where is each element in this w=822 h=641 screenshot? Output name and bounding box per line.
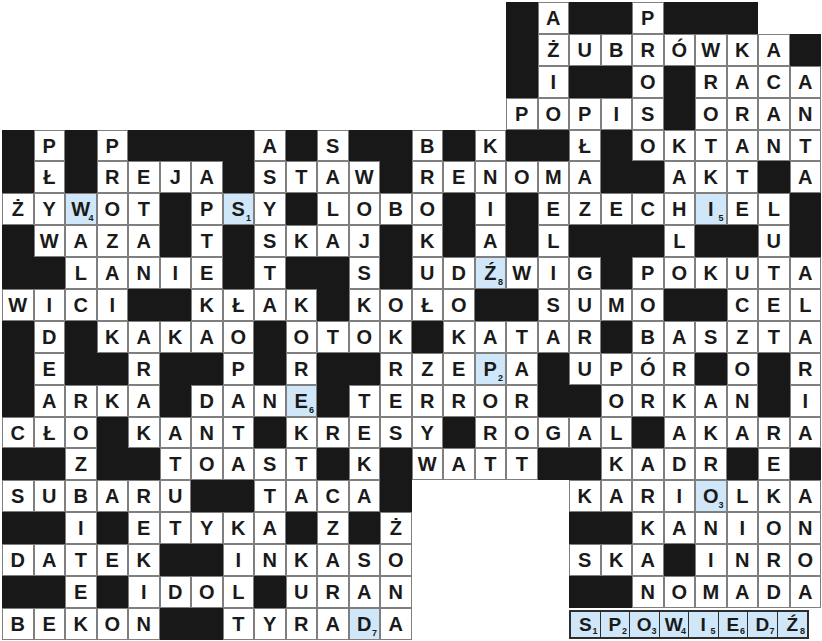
grid-cell[interactable]: U [569, 289, 601, 321]
grid-cell[interactable]: C [317, 480, 349, 512]
grid-cell[interactable]: E [128, 161, 160, 193]
grid-cell[interactable]: L [317, 193, 349, 225]
grid-cell[interactable]: O [538, 98, 570, 130]
grid-cell[interactable]: E [65, 576, 97, 608]
grid-cell[interactable]: E [443, 353, 475, 385]
grid-cell[interactable]: N [632, 576, 664, 608]
grid-cell[interactable]: O [506, 161, 538, 193]
grid-cell[interactable]: A [317, 161, 349, 193]
grid-cell[interactable]: W [506, 257, 538, 289]
grid-cell[interactable]: S [254, 448, 286, 480]
grid-cell[interactable]: I [475, 193, 507, 225]
grid-cell[interactable]: K [412, 225, 444, 257]
grid-cell[interactable]: R [128, 353, 160, 385]
grid-cell[interactable]: W [349, 161, 381, 193]
grid-cell[interactable]: W4 [65, 193, 97, 225]
grid-cell[interactable]: A [790, 480, 822, 512]
grid-cell[interactable]: I5 [695, 193, 727, 225]
grid-cell[interactable]: T [286, 448, 318, 480]
grid-cell[interactable]: O [632, 289, 664, 321]
grid-cell[interactable]: T [223, 417, 255, 449]
grid-cell[interactable]: R [128, 480, 160, 512]
grid-cell[interactable]: A [727, 130, 759, 162]
grid-cell[interactable]: I [727, 512, 759, 544]
grid-cell[interactable]: D [443, 257, 475, 289]
grid-cell[interactable]: K [349, 448, 381, 480]
grid-cell[interactable]: I [160, 257, 192, 289]
grid-cell[interactable]: K [286, 289, 318, 321]
grid-cell[interactable]: S [538, 289, 570, 321]
grid-cell[interactable]: A [695, 385, 727, 417]
grid-cell[interactable]: Z [317, 512, 349, 544]
grid-cell[interactable]: C [65, 289, 97, 321]
grid-cell[interactable]: A [632, 448, 664, 480]
grid-cell[interactable]: E [34, 608, 66, 640]
grid-cell[interactable]: A [569, 417, 601, 449]
grid-cell[interactable]: A [223, 448, 255, 480]
grid-cell[interactable]: Y [34, 193, 66, 225]
grid-cell[interactable]: L [758, 193, 790, 225]
grid-cell[interactable]: R [412, 161, 444, 193]
grid-cell[interactable]: A [97, 257, 129, 289]
grid-cell[interactable]: T [758, 257, 790, 289]
grid-cell[interactable]: R [443, 385, 475, 417]
grid-cell[interactable]: Y [412, 417, 444, 449]
grid-cell[interactable]: B [601, 34, 633, 66]
grid-cell[interactable]: U [569, 353, 601, 385]
grid-cell[interactable]: I [538, 257, 570, 289]
grid-cell[interactable]: U [412, 257, 444, 289]
grid-cell[interactable]: K [632, 512, 664, 544]
grid-cell[interactable]: O [412, 193, 444, 225]
grid-cell[interactable]: R [506, 385, 538, 417]
grid-cell[interactable]: K [223, 512, 255, 544]
grid-cell[interactable]: O [506, 417, 538, 449]
grid-cell[interactable]: Z [97, 225, 129, 257]
grid-cell[interactable]: A [128, 321, 160, 353]
grid-cell[interactable]: C [632, 193, 664, 225]
grid-cell[interactable]: K [758, 480, 790, 512]
grid-cell[interactable]: Ł [412, 289, 444, 321]
grid-cell[interactable]: E [443, 161, 475, 193]
grid-cell[interactable]: N [758, 130, 790, 162]
grid-cell[interactable]: O3 [695, 480, 727, 512]
grid-cell[interactable]: L [223, 576, 255, 608]
grid-cell[interactable]: A [664, 161, 696, 193]
grid-cell[interactable]: O [664, 576, 696, 608]
grid-cell[interactable]: E [727, 193, 759, 225]
grid-cell[interactable]: S [2, 480, 34, 512]
grid-cell[interactable]: A [317, 544, 349, 576]
grid-cell[interactable]: R [317, 576, 349, 608]
grid-cell[interactable]: T [727, 161, 759, 193]
grid-cell[interactable]: N [727, 544, 759, 576]
grid-cell[interactable]: S [254, 161, 286, 193]
grid-cell[interactable]: I [790, 385, 822, 417]
grid-cell[interactable]: A [223, 385, 255, 417]
grid-cell[interactable]: A [254, 289, 286, 321]
grid-cell[interactable]: A [380, 608, 412, 640]
grid-cell[interactable]: N [695, 512, 727, 544]
grid-cell[interactable]: J [160, 161, 192, 193]
grid-cell[interactable]: I [223, 544, 255, 576]
grid-cell[interactable]: O [695, 98, 727, 130]
grid-cell[interactable]: A [664, 321, 696, 353]
grid-cell[interactable]: R [664, 353, 696, 385]
grid-cell[interactable]: R [317, 417, 349, 449]
grid-cell[interactable]: K [695, 257, 727, 289]
grid-cell[interactable]: G [569, 257, 601, 289]
grid-cell[interactable]: B [65, 480, 97, 512]
grid-cell[interactable]: K [569, 480, 601, 512]
grid-cell[interactable]: A [65, 225, 97, 257]
grid-cell[interactable]: K [664, 385, 696, 417]
grid-cell[interactable]: K [97, 321, 129, 353]
grid-cell[interactable]: D [2, 544, 34, 576]
grid-cell[interactable]: T [223, 608, 255, 640]
grid-cell[interactable]: K [286, 417, 318, 449]
grid-cell[interactable]: A [191, 321, 223, 353]
grid-cell[interactable]: Ł [569, 130, 601, 162]
grid-cell[interactable]: I [695, 544, 727, 576]
grid-cell[interactable]: K [695, 417, 727, 449]
grid-cell[interactable]: A [664, 417, 696, 449]
grid-cell[interactable]: P [569, 98, 601, 130]
grid-cell[interactable]: P [601, 353, 633, 385]
grid-cell[interactable]: U [758, 225, 790, 257]
grid-cell[interactable]: E [349, 417, 381, 449]
grid-cell[interactable]: Ó [632, 353, 664, 385]
grid-cell[interactable]: P2 [475, 353, 507, 385]
grid-cell[interactable]: Ź8 [475, 257, 507, 289]
grid-cell[interactable]: A [349, 480, 381, 512]
grid-cell[interactable]: K [601, 544, 633, 576]
grid-cell[interactable]: A [191, 161, 223, 193]
grid-cell[interactable]: R [412, 385, 444, 417]
grid-cell[interactable]: A [254, 512, 286, 544]
grid-cell[interactable]: H [664, 193, 696, 225]
grid-cell[interactable]: A [317, 225, 349, 257]
grid-cell[interactable]: E [191, 257, 223, 289]
grid-cell[interactable]: E [758, 289, 790, 321]
grid-cell[interactable]: T [758, 321, 790, 353]
grid-cell[interactable]: I [97, 289, 129, 321]
grid-cell[interactable]: A [601, 480, 633, 512]
grid-cell[interactable]: O [727, 353, 759, 385]
grid-cell[interactable]: R [286, 608, 318, 640]
grid-cell[interactable]: N [128, 608, 160, 640]
grid-cell[interactable]: A [664, 512, 696, 544]
grid-cell[interactable]: T [286, 161, 318, 193]
grid-cell[interactable]: E [380, 385, 412, 417]
grid-cell[interactable]: U [160, 480, 192, 512]
grid-cell[interactable]: N [475, 161, 507, 193]
grid-cell[interactable]: Z [569, 193, 601, 225]
grid-cell[interactable]: Y [254, 608, 286, 640]
grid-cell[interactable]: A [128, 385, 160, 417]
grid-cell[interactable]: R [758, 544, 790, 576]
grid-cell[interactable]: D [34, 321, 66, 353]
grid-cell[interactable]: R [790, 353, 822, 385]
grid-cell[interactable]: A [475, 321, 507, 353]
grid-cell[interactable]: T [160, 512, 192, 544]
grid-cell[interactable]: L [790, 289, 822, 321]
grid-cell[interactable]: R [695, 448, 727, 480]
grid-cell[interactable]: A [790, 257, 822, 289]
grid-cell[interactable]: O [632, 130, 664, 162]
grid-cell[interactable]: I [601, 98, 633, 130]
grid-cell[interactable]: Y [254, 193, 286, 225]
grid-cell[interactable]: W [2, 289, 34, 321]
grid-cell[interactable]: G [538, 417, 570, 449]
grid-cell[interactable]: M [601, 289, 633, 321]
grid-cell[interactable]: T [254, 480, 286, 512]
grid-cell[interactable]: S [569, 544, 601, 576]
grid-cell[interactable]: A [34, 544, 66, 576]
grid-cell[interactable]: O [223, 321, 255, 353]
grid-cell[interactable]: R [758, 417, 790, 449]
grid-cell[interactable]: A [790, 417, 822, 449]
grid-cell[interactable]: J [349, 225, 381, 257]
grid-cell[interactable]: N [380, 576, 412, 608]
grid-cell[interactable]: A [569, 161, 601, 193]
grid-cell[interactable]: O [758, 512, 790, 544]
grid-cell[interactable]: B [380, 193, 412, 225]
grid-cell[interactable]: W [695, 34, 727, 66]
grid-cell[interactable]: L [65, 257, 97, 289]
grid-cell[interactable]: P [191, 193, 223, 225]
grid-cell[interactable]: C [758, 66, 790, 98]
grid-cell[interactable]: T [128, 193, 160, 225]
grid-cell[interactable]: O [601, 385, 633, 417]
grid-cell[interactable]: R [286, 353, 318, 385]
grid-cell[interactable]: N [727, 385, 759, 417]
grid-cell[interactable]: R [475, 417, 507, 449]
grid-cell[interactable]: C [2, 417, 34, 449]
grid-cell[interactable]: O [65, 417, 97, 449]
grid-cell[interactable]: S [254, 225, 286, 257]
grid-cell[interactable]: Z [412, 353, 444, 385]
grid-cell[interactable]: L [727, 480, 759, 512]
grid-cell[interactable]: M [538, 161, 570, 193]
grid-cell[interactable]: N [128, 257, 160, 289]
grid-cell[interactable]: A [727, 66, 759, 98]
grid-cell[interactable]: U [286, 576, 318, 608]
grid-cell[interactable]: O [286, 321, 318, 353]
grid-cell[interactable]: R [97, 161, 129, 193]
grid-cell[interactable]: K [664, 130, 696, 162]
grid-cell[interactable]: K [128, 544, 160, 576]
grid-cell[interactable]: A [790, 66, 822, 98]
grid-cell[interactable]: T [695, 130, 727, 162]
grid-cell[interactable]: P [223, 353, 255, 385]
grid-cell[interactable]: B [632, 321, 664, 353]
grid-cell[interactable]: A [758, 34, 790, 66]
grid-cell[interactable]: K [695, 161, 727, 193]
grid-cell[interactable]: K [65, 608, 97, 640]
grid-cell[interactable]: O [97, 193, 129, 225]
grid-cell[interactable]: D [758, 576, 790, 608]
grid-cell[interactable]: T [191, 225, 223, 257]
grid-cell[interactable]: A [727, 417, 759, 449]
grid-cell[interactable]: K [97, 385, 129, 417]
grid-cell[interactable]: Ż [538, 34, 570, 66]
grid-cell[interactable]: N [790, 98, 822, 130]
grid-cell[interactable]: Z [65, 448, 97, 480]
grid-cell[interactable]: Ł [223, 289, 255, 321]
grid-cell[interactable]: T [349, 385, 381, 417]
grid-cell[interactable]: N [254, 385, 286, 417]
grid-cell[interactable]: A [758, 98, 790, 130]
grid-cell[interactable]: A [254, 130, 286, 162]
grid-cell[interactable]: S [380, 417, 412, 449]
grid-cell[interactable]: R [65, 385, 97, 417]
grid-cell[interactable]: S [349, 544, 381, 576]
grid-cell[interactable]: O [664, 257, 696, 289]
grid-cell[interactable]: O [443, 289, 475, 321]
grid-cell[interactable]: O [191, 576, 223, 608]
grid-cell[interactable]: E [601, 193, 633, 225]
grid-cell[interactable]: P [632, 257, 664, 289]
grid-cell[interactable]: D [160, 576, 192, 608]
grid-cell[interactable]: T [317, 321, 349, 353]
grid-cell[interactable]: O [632, 66, 664, 98]
grid-cell[interactable]: S1 [223, 193, 255, 225]
grid-cell[interactable]: Ó [664, 34, 696, 66]
grid-cell[interactable]: O [349, 321, 381, 353]
grid-cell[interactable]: A [790, 321, 822, 353]
grid-cell[interactable]: I [664, 480, 696, 512]
grid-cell[interactable]: K [443, 321, 475, 353]
grid-cell[interactable]: O [97, 608, 129, 640]
grid-cell[interactable]: E [128, 512, 160, 544]
grid-cell[interactable]: E6 [286, 385, 318, 417]
grid-cell[interactable]: R [632, 385, 664, 417]
grid-cell[interactable]: P [506, 98, 538, 130]
grid-cell[interactable]: M [695, 576, 727, 608]
grid-cell[interactable]: T [254, 257, 286, 289]
grid-cell[interactable]: I [34, 289, 66, 321]
grid-cell[interactable]: A [506, 353, 538, 385]
grid-cell[interactable]: K [727, 34, 759, 66]
grid-cell[interactable]: A [160, 417, 192, 449]
grid-cell[interactable]: U [34, 480, 66, 512]
grid-cell[interactable]: S [695, 321, 727, 353]
grid-cell[interactable]: N [191, 417, 223, 449]
grid-cell[interactable]: A [443, 448, 475, 480]
grid-cell[interactable]: A [538, 2, 570, 34]
grid-cell[interactable]: U [727, 257, 759, 289]
grid-cell[interactable]: Ż [380, 512, 412, 544]
grid-cell[interactable]: R [380, 353, 412, 385]
grid-cell[interactable]: K [601, 448, 633, 480]
grid-cell[interactable]: A [475, 225, 507, 257]
grid-cell[interactable]: L [538, 225, 570, 257]
grid-cell[interactable]: A [538, 321, 570, 353]
grid-cell[interactable]: K [349, 289, 381, 321]
grid-cell[interactable]: A [317, 608, 349, 640]
grid-cell[interactable]: D7 [349, 608, 381, 640]
grid-cell[interactable]: A [790, 161, 822, 193]
grid-cell[interactable]: D [664, 448, 696, 480]
grid-cell[interactable]: K [475, 130, 507, 162]
grid-cell[interactable]: R [632, 480, 664, 512]
grid-cell[interactable]: I [128, 576, 160, 608]
grid-cell[interactable]: W [412, 448, 444, 480]
grid-cell[interactable]: U [569, 34, 601, 66]
grid-cell[interactable]: Z [727, 321, 759, 353]
grid-cell[interactable]: A [128, 225, 160, 257]
grid-cell[interactable]: Ł [34, 417, 66, 449]
grid-cell[interactable]: K [286, 225, 318, 257]
grid-cell[interactable]: S [349, 257, 381, 289]
grid-cell[interactable]: C [727, 289, 759, 321]
grid-cell[interactable]: L [601, 417, 633, 449]
grid-cell[interactable]: T [790, 130, 822, 162]
grid-cell[interactable]: Ż [2, 193, 34, 225]
grid-cell[interactable]: E [538, 193, 570, 225]
grid-cell[interactable]: R [727, 98, 759, 130]
grid-cell[interactable]: P [34, 130, 66, 162]
grid-cell[interactable]: R [632, 34, 664, 66]
grid-cell[interactable]: N [790, 512, 822, 544]
grid-cell[interactable]: A [727, 576, 759, 608]
grid-cell[interactable]: A [286, 480, 318, 512]
grid-cell[interactable]: Y [191, 512, 223, 544]
grid-cell[interactable]: B [412, 130, 444, 162]
grid-cell[interactable]: D [191, 385, 223, 417]
grid-cell[interactable]: K [191, 289, 223, 321]
grid-cell[interactable]: T [506, 448, 538, 480]
grid-cell[interactable]: R [695, 66, 727, 98]
grid-cell[interactable]: R [569, 321, 601, 353]
grid-cell[interactable]: I [538, 66, 570, 98]
grid-cell[interactable]: S [317, 130, 349, 162]
grid-cell[interactable]: N [254, 544, 286, 576]
grid-cell[interactable]: W [34, 225, 66, 257]
grid-cell[interactable]: E [758, 448, 790, 480]
grid-cell[interactable]: T [475, 448, 507, 480]
grid-cell[interactable]: A [632, 544, 664, 576]
grid-cell[interactable]: O [380, 289, 412, 321]
grid-cell[interactable]: A [790, 576, 822, 608]
grid-cell[interactable]: O [790, 544, 822, 576]
grid-cell[interactable]: E [34, 353, 66, 385]
grid-cell[interactable]: I [65, 512, 97, 544]
grid-cell[interactable]: A [349, 576, 381, 608]
grid-cell[interactable]: T [160, 448, 192, 480]
grid-cell[interactable]: P [97, 130, 129, 162]
grid-cell[interactable]: T [506, 321, 538, 353]
grid-cell[interactable]: O [475, 385, 507, 417]
grid-cell[interactable]: K [380, 321, 412, 353]
grid-cell[interactable]: K [286, 544, 318, 576]
grid-cell[interactable]: E [97, 544, 129, 576]
grid-cell[interactable]: K [128, 417, 160, 449]
grid-cell[interactable]: O [191, 448, 223, 480]
grid-cell[interactable]: A [97, 480, 129, 512]
grid-cell[interactable]: B [2, 608, 34, 640]
grid-cell[interactable]: A [34, 385, 66, 417]
grid-cell[interactable]: S [632, 98, 664, 130]
grid-cell[interactable]: L [664, 225, 696, 257]
grid-cell[interactable]: T [65, 544, 97, 576]
grid-cell[interactable]: Ł [34, 161, 66, 193]
grid-cell[interactable]: P [632, 2, 664, 34]
grid-cell[interactable]: O [380, 544, 412, 576]
grid-cell[interactable]: O [349, 193, 381, 225]
grid-cell[interactable]: K [160, 321, 192, 353]
